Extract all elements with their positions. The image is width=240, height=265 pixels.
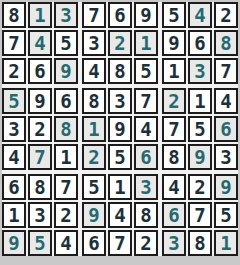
cell-r5c8[interactable]: 5 (188, 116, 212, 142)
cell-r6c6[interactable]: 6 (134, 144, 158, 170)
cell-r8c1[interactable]: 1 (2, 202, 26, 228)
cell-r3c6[interactable]: 5 (134, 58, 158, 84)
cell-r6c1[interactable]: 4 (2, 144, 26, 170)
cell-r2c8[interactable]: 6 (188, 30, 212, 56)
cell-r7c8[interactable]: 2 (188, 174, 212, 200)
cell-r6c5[interactable]: 5 (108, 144, 132, 170)
cell-r5c9[interactable]: 6 (214, 116, 238, 142)
cell-r2c5[interactable]: 2 (108, 30, 132, 56)
cell-r9c9[interactable]: 1 (214, 230, 238, 256)
cell-r2c3[interactable]: 5 (54, 30, 78, 56)
cell-r3c8[interactable]: 3 (188, 58, 212, 84)
cell-r1c4[interactable]: 7 (82, 2, 106, 28)
cell-r5c3[interactable]: 8 (54, 116, 78, 142)
cell-r9c3[interactable]: 4 (54, 230, 78, 256)
cell-r6c2[interactable]: 7 (28, 144, 52, 170)
cell-r8c2[interactable]: 3 (28, 202, 52, 228)
sudoku-box-1: 813745269 (2, 2, 78, 84)
cell-r1c9[interactable]: 2 (214, 2, 238, 28)
cell-r3c7[interactable]: 1 (162, 58, 186, 84)
cell-r3c4[interactable]: 4 (82, 58, 106, 84)
cell-r2c7[interactable]: 9 (162, 30, 186, 56)
cell-r7c9[interactable]: 9 (214, 174, 238, 200)
cell-r2c2[interactable]: 4 (28, 30, 52, 56)
cell-r4c1[interactable]: 5 (2, 88, 26, 114)
cell-r9c1[interactable]: 9 (2, 230, 26, 256)
cell-r1c7[interactable]: 5 (162, 2, 186, 28)
cell-r5c2[interactable]: 2 (28, 116, 52, 142)
cell-r8c6[interactable]: 8 (134, 202, 158, 228)
cell-r7c4[interactable]: 5 (82, 174, 106, 200)
cell-r3c2[interactable]: 6 (28, 58, 52, 84)
cell-r5c7[interactable]: 7 (162, 116, 186, 142)
cell-r1c5[interactable]: 6 (108, 2, 132, 28)
cell-r9c2[interactable]: 5 (28, 230, 52, 256)
cell-r7c1[interactable]: 6 (2, 174, 26, 200)
cell-r5c4[interactable]: 1 (82, 116, 106, 142)
cell-r2c1[interactable]: 7 (2, 30, 26, 56)
cell-r3c1[interactable]: 2 (2, 58, 26, 84)
cell-r1c3[interactable]: 3 (54, 2, 78, 28)
cell-r4c7[interactable]: 2 (162, 88, 186, 114)
cell-r2c6[interactable]: 1 (134, 30, 158, 56)
cell-r4c9[interactable]: 4 (214, 88, 238, 114)
cell-r4c5[interactable]: 3 (108, 88, 132, 114)
cell-r6c8[interactable]: 9 (188, 144, 212, 170)
cell-r7c5[interactable]: 1 (108, 174, 132, 200)
cell-r5c6[interactable]: 4 (134, 116, 158, 142)
cell-r8c9[interactable]: 5 (214, 202, 238, 228)
cell-r4c6[interactable]: 7 (134, 88, 158, 114)
sudoku-board: 8137452697693214855429681375963284718371… (2, 2, 238, 256)
cell-r3c5[interactable]: 8 (108, 58, 132, 84)
cell-r9c7[interactable]: 3 (162, 230, 186, 256)
cell-r7c6[interactable]: 3 (134, 174, 158, 200)
cell-r3c9[interactable]: 7 (214, 58, 238, 84)
sudoku-box-8: 513948672 (82, 174, 158, 256)
cell-r4c2[interactable]: 9 (28, 88, 52, 114)
cell-r1c2[interactable]: 1 (28, 2, 52, 28)
cell-r6c7[interactable]: 8 (162, 144, 186, 170)
cell-r6c3[interactable]: 1 (54, 144, 78, 170)
sudoku-box-4: 596328471 (2, 88, 78, 170)
cell-r5c5[interactable]: 9 (108, 116, 132, 142)
cell-r7c3[interactable]: 7 (54, 174, 78, 200)
cell-r4c4[interactable]: 8 (82, 88, 106, 114)
cell-r8c3[interactable]: 2 (54, 202, 78, 228)
sudoku-box-2: 769321485 (82, 2, 158, 84)
cell-r2c9[interactable]: 8 (214, 30, 238, 56)
cell-r1c1[interactable]: 8 (2, 2, 26, 28)
cell-r4c8[interactable]: 1 (188, 88, 212, 114)
cell-r7c7[interactable]: 4 (162, 174, 186, 200)
cell-r5c1[interactable]: 3 (2, 116, 26, 142)
cell-r8c4[interactable]: 9 (82, 202, 106, 228)
sudoku-box-3: 542968137 (162, 2, 238, 84)
cell-r8c5[interactable]: 4 (108, 202, 132, 228)
cell-r3c3[interactable]: 9 (54, 58, 78, 84)
cell-r9c8[interactable]: 8 (188, 230, 212, 256)
cell-r8c7[interactable]: 6 (162, 202, 186, 228)
cell-r2c4[interactable]: 3 (82, 30, 106, 56)
cell-r9c6[interactable]: 2 (134, 230, 158, 256)
cell-r6c9[interactable]: 3 (214, 144, 238, 170)
cell-r8c8[interactable]: 7 (188, 202, 212, 228)
cell-r6c4[interactable]: 2 (82, 144, 106, 170)
cell-r9c5[interactable]: 7 (108, 230, 132, 256)
sudoku-box-6: 214756893 (162, 88, 238, 170)
sudoku-box-5: 837194256 (82, 88, 158, 170)
cell-r9c4[interactable]: 6 (82, 230, 106, 256)
cell-r1c6[interactable]: 9 (134, 2, 158, 28)
sudoku-box-7: 687132954 (2, 174, 78, 256)
cell-r4c3[interactable]: 6 (54, 88, 78, 114)
sudoku-box-9: 429675381 (162, 174, 238, 256)
cell-r7c2[interactable]: 8 (28, 174, 52, 200)
cell-r1c8[interactable]: 4 (188, 2, 212, 28)
